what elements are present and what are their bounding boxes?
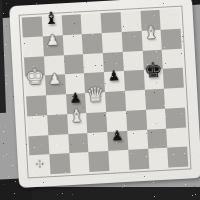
square-c6[interactable] — [63, 54, 84, 75]
piece-black-pawn-c4[interactable]: ♟ — [65, 90, 86, 105]
square-f7[interactable] — [121, 31, 142, 52]
square-d4[interactable]: ♛ — [85, 92, 106, 113]
piece-white-queen-d4[interactable]: ♛ — [85, 84, 106, 105]
square-c2[interactable] — [68, 133, 89, 154]
piece-white-king-a5[interactable]: ♚ — [25, 67, 46, 89]
square-c3[interactable]: ♝ — [67, 113, 88, 134]
square-h7[interactable] — [161, 28, 182, 49]
piece-white-bishop-g7[interactable]: ♝ — [141, 24, 162, 42]
square-b1[interactable] — [49, 153, 70, 174]
square-a2[interactable] — [28, 135, 49, 156]
piece-black-bishop-b8[interactable]: ♝ — [41, 9, 62, 27]
square-a1[interactable]: ✣ — [29, 154, 50, 175]
square-a4[interactable] — [26, 95, 47, 116]
square-d7[interactable] — [82, 33, 103, 54]
square-d2[interactable] — [87, 131, 108, 152]
square-h1[interactable] — [167, 147, 188, 168]
piece-black-king-g5[interactable]: ♚ — [143, 60, 164, 82]
square-f5[interactable] — [124, 70, 145, 91]
square-e8[interactable] — [101, 12, 122, 33]
piece-black-pawn-e2[interactable]: ♟ — [107, 127, 128, 142]
square-f4[interactable] — [125, 90, 146, 111]
square-g4[interactable] — [144, 89, 165, 110]
square-f8[interactable] — [120, 11, 141, 32]
square-d6[interactable] — [83, 53, 104, 74]
piece-black-pawn-e5[interactable]: ♟ — [104, 68, 125, 83]
square-e2[interactable]: ♟ — [107, 130, 128, 151]
square-h2[interactable] — [166, 127, 187, 148]
square-a3[interactable] — [27, 115, 48, 136]
square-g3[interactable] — [146, 108, 167, 129]
square-c1[interactable] — [69, 152, 90, 173]
piece-white-pawn-b7[interactable]: ♟ — [42, 32, 63, 47]
square-b4[interactable] — [46, 94, 67, 115]
chessboard: ♝♟♝♚♟♟♚♟♛♝♟✣ — [9, 0, 200, 188]
square-d3[interactable] — [86, 112, 107, 133]
square-b7[interactable]: ♟ — [43, 35, 64, 56]
square-b2[interactable] — [48, 134, 69, 155]
square-e5[interactable]: ♟ — [104, 71, 125, 92]
square-a8[interactable] — [22, 16, 43, 37]
square-h4[interactable] — [164, 88, 185, 109]
square-c8[interactable] — [61, 14, 82, 35]
square-h3[interactable] — [165, 107, 186, 128]
square-h6[interactable] — [162, 48, 183, 69]
square-f6[interactable] — [123, 50, 144, 71]
square-g2[interactable] — [147, 128, 168, 149]
square-f1[interactable] — [128, 149, 149, 170]
square-h5[interactable] — [163, 68, 184, 89]
square-g7[interactable]: ♝ — [141, 30, 162, 51]
square-a7[interactable] — [23, 36, 44, 57]
square-g5[interactable]: ♚ — [143, 69, 164, 90]
square-f3[interactable] — [126, 110, 147, 131]
square-f2[interactable] — [127, 129, 148, 150]
square-e4[interactable] — [105, 91, 126, 112]
square-e7[interactable] — [102, 32, 123, 53]
square-g1[interactable] — [148, 148, 169, 169]
board-grid: ♝♟♝♚♟♟♚♟♛♝♟✣ — [22, 9, 189, 176]
square-h8[interactable] — [160, 9, 181, 30]
square-a5[interactable]: ♚ — [25, 76, 46, 97]
square-e1[interactable] — [108, 150, 129, 171]
square-d8[interactable] — [81, 13, 102, 34]
square-b3[interactable] — [47, 114, 68, 135]
piece-white-bishop-c3[interactable]: ♝ — [66, 107, 87, 125]
piece-white-pawn-b5[interactable]: ♟ — [45, 72, 66, 87]
square-c7[interactable] — [62, 34, 83, 55]
board-ornament-mark: ✣ — [30, 157, 50, 171]
square-b5[interactable]: ♟ — [45, 75, 66, 96]
chess-photo-scene: ♝♟♝♚♟♟♚♟♛♝♟✣ — [0, 0, 200, 200]
square-d1[interactable] — [89, 151, 110, 172]
